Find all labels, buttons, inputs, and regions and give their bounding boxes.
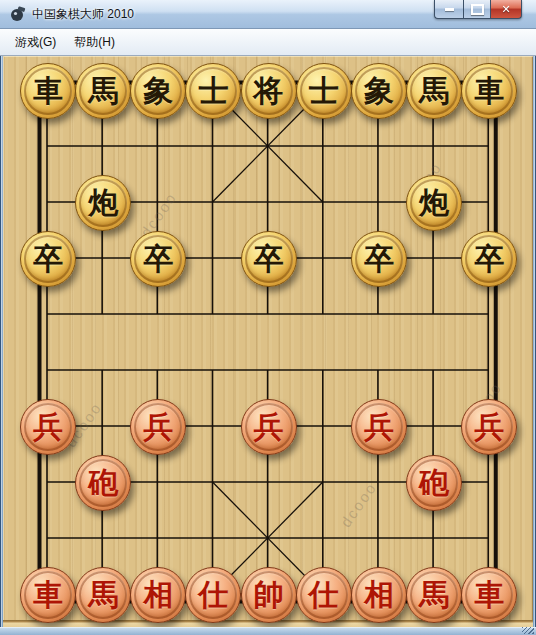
piece-red-cannon[interactable]: 砲: [406, 455, 462, 511]
piece-red-chariot[interactable]: 車: [461, 567, 517, 623]
piece-glyph: 砲: [88, 468, 118, 498]
piece-glyph: 士: [198, 76, 228, 106]
piece-red-soldier[interactable]: 兵: [241, 399, 297, 455]
piece-red-horse[interactable]: 馬: [75, 567, 131, 623]
piece-glyph: 車: [33, 76, 63, 106]
close-button[interactable]: ✕: [491, 0, 522, 19]
piece-glyph: 兵: [254, 412, 284, 442]
piece-glyph: 卒: [364, 244, 394, 274]
piece-glyph: 卒: [254, 244, 284, 274]
piece-glyph: 士: [309, 76, 339, 106]
piece-glyph: 炮: [419, 188, 449, 218]
piece-red-soldier[interactable]: 兵: [20, 399, 76, 455]
piece-red-elephant[interactable]: 相: [130, 567, 186, 623]
piece-glyph: 馬: [419, 76, 449, 106]
minimize-button[interactable]: [434, 0, 463, 19]
piece-black-chariot[interactable]: 車: [20, 63, 76, 119]
maximize-icon: [471, 4, 484, 15]
piece-black-soldier[interactable]: 卒: [20, 231, 76, 287]
piece-glyph: 卒: [474, 244, 504, 274]
piece-black-advisor[interactable]: 士: [296, 63, 352, 119]
board-grid-lines: [3, 56, 533, 629]
piece-glyph: 兵: [474, 412, 504, 442]
close-icon: ✕: [501, 3, 510, 16]
piece-black-soldier[interactable]: 卒: [241, 231, 297, 287]
piece-glyph: 相: [143, 580, 173, 610]
piece-glyph: 仕: [198, 580, 228, 610]
piece-glyph: 砲: [419, 468, 449, 498]
piece-black-soldier[interactable]: 卒: [130, 231, 186, 287]
xiangqi-board[interactable]: dcooo dcooo dcooo dcooo dcooo 車馬象士将士象馬車炮…: [3, 56, 533, 629]
app-window: 中国象棋大师 2010 ✕ 游戏(G) 帮助(H) dcooo dcooo dc…: [0, 0, 536, 635]
piece-red-horse[interactable]: 馬: [406, 567, 462, 623]
piece-glyph: 卒: [143, 244, 173, 274]
minimize-icon: [445, 8, 454, 11]
piece-glyph: 車: [33, 580, 63, 610]
piece-red-soldier[interactable]: 兵: [351, 399, 407, 455]
piece-glyph: 兵: [33, 412, 63, 442]
piece-red-soldier[interactable]: 兵: [130, 399, 186, 455]
piece-black-horse[interactable]: 馬: [75, 63, 131, 119]
piece-glyph: 卒: [33, 244, 63, 274]
piece-black-cannon[interactable]: 炮: [75, 175, 131, 231]
piece-glyph: 兵: [143, 412, 173, 442]
piece-red-cannon[interactable]: 砲: [75, 455, 131, 511]
piece-glyph: 兵: [364, 412, 394, 442]
piece-glyph: 帥: [254, 580, 284, 610]
piece-red-general[interactable]: 帥: [241, 567, 297, 623]
piece-red-advisor[interactable]: 仕: [296, 567, 352, 623]
app-icon: [9, 6, 26, 23]
piece-black-general[interactable]: 将: [241, 63, 297, 119]
window-title: 中国象棋大师 2010: [32, 6, 134, 23]
piece-black-soldier[interactable]: 卒: [461, 231, 517, 287]
piece-glyph: 馬: [88, 580, 118, 610]
piece-black-horse[interactable]: 馬: [406, 63, 462, 119]
piece-black-elephant[interactable]: 象: [130, 63, 186, 119]
piece-glyph: 車: [474, 580, 504, 610]
menu-bar: 游戏(G) 帮助(H): [0, 29, 536, 56]
piece-black-chariot[interactable]: 車: [461, 63, 517, 119]
piece-glyph: 馬: [88, 76, 118, 106]
piece-glyph: 馬: [419, 580, 449, 610]
piece-black-soldier[interactable]: 卒: [351, 231, 407, 287]
piece-glyph: 象: [364, 76, 394, 106]
piece-glyph: 象: [143, 76, 173, 106]
piece-red-chariot[interactable]: 車: [20, 567, 76, 623]
resize-grip[interactable]: [522, 627, 534, 634]
menu-item-help[interactable]: 帮助(H): [65, 30, 124, 55]
piece-black-cannon[interactable]: 炮: [406, 175, 462, 231]
piece-glyph: 炮: [88, 188, 118, 218]
maximize-button[interactable]: [463, 0, 491, 19]
piece-red-soldier[interactable]: 兵: [461, 399, 517, 455]
window-bottom-frame: [0, 627, 536, 635]
piece-red-elephant[interactable]: 相: [351, 567, 407, 623]
piece-glyph: 相: [364, 580, 394, 610]
piece-glyph: 将: [254, 76, 284, 106]
menu-item-game[interactable]: 游戏(G): [6, 30, 65, 55]
piece-glyph: 仕: [309, 580, 339, 610]
piece-glyph: 車: [474, 76, 504, 106]
title-bar[interactable]: 中国象棋大师 2010 ✕: [0, 0, 536, 29]
piece-black-elephant[interactable]: 象: [351, 63, 407, 119]
